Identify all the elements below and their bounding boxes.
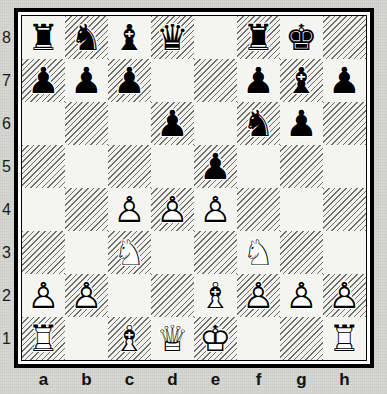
square-g6[interactable]: ♟♟ (280, 102, 323, 145)
piece-glyph: ♟ (65, 59, 108, 102)
piece-glyph: ♛ (151, 16, 194, 59)
square-h4[interactable] (323, 188, 366, 231)
square-f7[interactable]: ♟♟ (237, 59, 280, 102)
square-h8[interactable] (323, 16, 366, 59)
square-e3[interactable] (194, 231, 237, 274)
piece-black-pawn: ♟♟ (194, 145, 237, 188)
square-b5[interactable] (65, 145, 108, 188)
piece-white-pawn: ♟♙ (323, 274, 366, 317)
file-label-h: h (323, 369, 366, 391)
piece-glyph: ♗ (108, 317, 151, 360)
square-e6[interactable] (194, 102, 237, 145)
square-a4[interactable] (22, 188, 65, 231)
square-g3[interactable] (280, 231, 323, 274)
piece-glyph: ♙ (22, 274, 65, 317)
piece-black-rook: ♜♜ (22, 16, 65, 59)
square-h1[interactable]: ♜♖ (323, 317, 366, 360)
square-a5[interactable] (22, 145, 65, 188)
square-d7[interactable] (151, 59, 194, 102)
piece-white-pawn: ♟♙ (22, 274, 65, 317)
piece-black-pawn: ♟♟ (108, 59, 151, 102)
piece-glyph: ♙ (151, 188, 194, 231)
piece-black-pawn: ♟♟ (22, 59, 65, 102)
piece-glyph: ♟ (280, 102, 323, 145)
square-f8[interactable]: ♜♜ (237, 16, 280, 59)
rank-label-6: 6 (0, 102, 13, 145)
file-label-g: g (280, 369, 323, 391)
piece-black-pawn: ♟♟ (151, 102, 194, 145)
square-d5[interactable] (151, 145, 194, 188)
square-d1[interactable]: ♛♕ (151, 317, 194, 360)
piece-black-rook: ♜♜ (237, 16, 280, 59)
piece-glyph: ♝ (280, 59, 323, 102)
piece-glyph: ♟ (22, 59, 65, 102)
rank-label-7: 7 (0, 59, 13, 102)
piece-black-queen: ♛♛ (151, 16, 194, 59)
piece-white-bishop: ♝♗ (194, 274, 237, 317)
square-c1[interactable]: ♝♗ (108, 317, 151, 360)
square-a1[interactable]: ♜♖ (22, 317, 65, 360)
piece-glyph: ♗ (194, 274, 237, 317)
piece-white-knight: ♞♘ (237, 231, 280, 274)
piece-white-king: ♚♔ (194, 317, 237, 360)
square-b8[interactable]: ♞♞ (65, 16, 108, 59)
square-f2[interactable]: ♟♙ (237, 274, 280, 317)
piece-glyph: ♚ (280, 16, 323, 59)
piece-white-pawn: ♟♙ (194, 188, 237, 231)
piece-glyph: ♕ (151, 317, 194, 360)
piece-glyph: ♙ (65, 274, 108, 317)
file-label-d: d (151, 369, 194, 391)
piece-glyph: ♙ (280, 274, 323, 317)
piece-glyph: ♟ (151, 102, 194, 145)
square-e8[interactable] (194, 16, 237, 59)
piece-glyph: ♜ (237, 16, 280, 59)
rank-label-2: 2 (0, 274, 13, 317)
piece-white-pawn: ♟♙ (280, 274, 323, 317)
square-h5[interactable] (323, 145, 366, 188)
piece-glyph: ♟ (194, 145, 237, 188)
rank-label-5: 5 (0, 145, 13, 188)
piece-black-king: ♚♚ (280, 16, 323, 59)
square-a2[interactable]: ♟♙ (22, 274, 65, 317)
piece-black-knight: ♞♞ (65, 16, 108, 59)
piece-black-bishop: ♝♝ (280, 59, 323, 102)
piece-black-pawn: ♟♟ (237, 59, 280, 102)
square-g5[interactable] (280, 145, 323, 188)
square-f4[interactable] (237, 188, 280, 231)
square-c7[interactable]: ♟♟ (108, 59, 151, 102)
piece-black-pawn: ♟♟ (65, 59, 108, 102)
file-label-f: f (237, 369, 280, 391)
square-d8[interactable]: ♛♛ (151, 16, 194, 59)
board-grid: ♜♜♞♞♝♝♛♛♜♜♚♚♟♟♟♟♟♟♟♟♝♝♟♟♟♟♞♞♟♟♟♟♟♙♟♙♟♙♞♘… (21, 15, 367, 361)
file-label-a: a (22, 369, 65, 391)
piece-glyph: ♖ (323, 317, 366, 360)
square-a7[interactable]: ♟♟ (22, 59, 65, 102)
file-label-e: e (194, 369, 237, 391)
piece-black-bishop: ♝♝ (108, 16, 151, 59)
piece-white-pawn: ♟♙ (151, 188, 194, 231)
rank-label-8: 8 (0, 16, 13, 59)
piece-white-pawn: ♟♙ (65, 274, 108, 317)
square-d2[interactable] (151, 274, 194, 317)
square-a8[interactable]: ♜♜ (22, 16, 65, 59)
file-label-b: b (65, 369, 108, 391)
piece-black-knight: ♞♞ (237, 102, 280, 145)
chess-board: ♜♜♞♞♝♝♛♛♜♜♚♚♟♟♟♟♟♟♟♟♝♝♟♟♟♟♞♞♟♟♟♟♟♙♟♙♟♙♞♘… (14, 8, 374, 368)
piece-black-pawn: ♟♟ (323, 59, 366, 102)
square-c4[interactable]: ♟♙ (108, 188, 151, 231)
piece-glyph: ♝ (108, 16, 151, 59)
file-label-c: c (108, 369, 151, 391)
piece-glyph: ♜ (22, 16, 65, 59)
piece-white-queen: ♛♕ (151, 317, 194, 360)
square-e2[interactable]: ♝♗ (194, 274, 237, 317)
square-e4[interactable]: ♟♙ (194, 188, 237, 231)
piece-glyph: ♙ (194, 188, 237, 231)
square-b3[interactable] (65, 231, 108, 274)
square-h7[interactable]: ♟♟ (323, 59, 366, 102)
square-e7[interactable] (194, 59, 237, 102)
rank-labels: 87654321 (0, 16, 13, 360)
square-h6[interactable] (323, 102, 366, 145)
rank-label-3: 3 (0, 231, 13, 274)
piece-black-pawn: ♟♟ (280, 102, 323, 145)
piece-glyph: ♖ (22, 317, 65, 360)
square-c8[interactable]: ♝♝ (108, 16, 151, 59)
file-labels: abcdefgh (22, 369, 366, 391)
square-b1[interactable] (65, 317, 108, 360)
square-c5[interactable] (108, 145, 151, 188)
square-d3[interactable] (151, 231, 194, 274)
piece-glyph: ♞ (237, 102, 280, 145)
square-f1[interactable] (237, 317, 280, 360)
square-g7[interactable]: ♝♝ (280, 59, 323, 102)
piece-white-rook: ♜♖ (22, 317, 65, 360)
square-h3[interactable] (323, 231, 366, 274)
square-g2[interactable]: ♟♙ (280, 274, 323, 317)
piece-glyph: ♟ (323, 59, 366, 102)
square-d6[interactable]: ♟♟ (151, 102, 194, 145)
square-a6[interactable] (22, 102, 65, 145)
piece-glyph: ♟ (108, 59, 151, 102)
square-c2[interactable] (108, 274, 151, 317)
square-g8[interactable]: ♚♚ (280, 16, 323, 59)
piece-glyph: ♘ (237, 231, 280, 274)
square-b2[interactable]: ♟♙ (65, 274, 108, 317)
piece-white-rook: ♜♖ (323, 317, 366, 360)
piece-glyph: ♔ (194, 317, 237, 360)
rank-label-1: 1 (0, 317, 13, 360)
square-b4[interactable] (65, 188, 108, 231)
rank-label-4: 4 (0, 188, 13, 231)
square-d4[interactable]: ♟♙ (151, 188, 194, 231)
piece-glyph: ♙ (237, 274, 280, 317)
square-f3[interactable]: ♞♘ (237, 231, 280, 274)
square-g4[interactable] (280, 188, 323, 231)
square-f5[interactable] (237, 145, 280, 188)
square-c3[interactable]: ♞♘ (108, 231, 151, 274)
square-h2[interactable]: ♟♙ (323, 274, 366, 317)
piece-white-bishop: ♝♗ (108, 317, 151, 360)
square-e5[interactable]: ♟♟ (194, 145, 237, 188)
piece-white-knight: ♞♘ (108, 231, 151, 274)
square-b7[interactable]: ♟♟ (65, 59, 108, 102)
piece-white-pawn: ♟♙ (108, 188, 151, 231)
square-b6[interactable] (65, 102, 108, 145)
piece-glyph: ♙ (108, 188, 151, 231)
piece-glyph: ♞ (65, 16, 108, 59)
piece-glyph: ♙ (323, 274, 366, 317)
square-f6[interactable]: ♞♞ (237, 102, 280, 145)
square-e1[interactable]: ♚♔ (194, 317, 237, 360)
piece-glyph: ♟ (237, 59, 280, 102)
square-a3[interactable] (22, 231, 65, 274)
square-g1[interactable] (280, 317, 323, 360)
piece-glyph: ♘ (108, 231, 151, 274)
chess-diagram: 87654321 ♜♜♞♞♝♝♛♛♜♜♚♚♟♟♟♟♟♟♟♟♝♝♟♟♟♟♞♞♟♟♟… (0, 0, 387, 394)
piece-white-pawn: ♟♙ (237, 274, 280, 317)
square-c6[interactable] (108, 102, 151, 145)
